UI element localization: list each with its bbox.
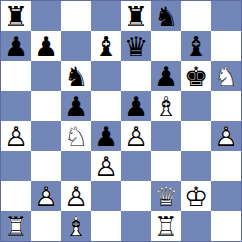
square-d2[interactable]: [91, 181, 121, 211]
square-e5[interactable]: ♟: [121, 91, 151, 121]
square-d5[interactable]: [91, 91, 121, 121]
piece-glyph: ♞: [151, 1, 181, 31]
white-rook[interactable]: ♜♖: [151, 211, 181, 241]
black-knight[interactable]: ♞: [61, 61, 91, 91]
square-a3[interactable]: [1, 151, 31, 181]
square-b6[interactable]: [31, 61, 61, 91]
square-a5[interactable]: [1, 91, 31, 121]
piece-glyph: ♟: [1, 31, 31, 61]
piece-glyph: ♙: [211, 121, 241, 151]
black-rook[interactable]: ♜: [1, 1, 31, 31]
square-f4[interactable]: [151, 121, 181, 151]
piece-glyph: ♙: [1, 121, 31, 151]
white-bishop[interactable]: ♝♗: [61, 211, 91, 241]
piece-glyph: ♘: [211, 61, 241, 91]
square-f2[interactable]: ♛♕: [151, 181, 181, 211]
square-f8[interactable]: ♞: [151, 1, 181, 31]
piece-glyph: ♙: [31, 181, 61, 211]
square-a4[interactable]: ♟♙: [1, 121, 31, 151]
piece-glyph: ♟: [91, 121, 121, 151]
piece-glyph: ♙: [121, 121, 151, 151]
square-c6[interactable]: ♞: [61, 61, 91, 91]
piece-glyph: ♟: [61, 91, 91, 121]
white-queen[interactable]: ♛♕: [151, 181, 181, 211]
piece-glyph: ♟: [31, 31, 61, 61]
square-h1[interactable]: [211, 211, 241, 241]
square-c2[interactable]: ♟♙: [61, 181, 91, 211]
square-f1[interactable]: ♜♖: [151, 211, 181, 241]
square-b4[interactable]: [31, 121, 61, 151]
square-b1[interactable]: [31, 211, 61, 241]
square-b8[interactable]: [31, 1, 61, 31]
square-a7[interactable]: ♟: [1, 31, 31, 61]
square-f3[interactable]: [151, 151, 181, 181]
piece-glyph: ♝: [91, 31, 121, 61]
square-e7[interactable]: ♛: [121, 31, 151, 61]
piece-glyph: ♙: [91, 151, 121, 181]
white-pawn[interactable]: ♟♙: [211, 121, 241, 151]
square-b2[interactable]: ♟♙: [31, 181, 61, 211]
white-knight[interactable]: ♞♘: [211, 61, 241, 91]
chess-board: ♜♜♞♟♟♝♛♝♞♟♚♞♘♟♟♝♗♟♙♞♘♟♟♙♟♙♟♙♟♙♟♙♛♕♚♔♜♖♝♗…: [0, 0, 242, 242]
square-c3[interactable]: [61, 151, 91, 181]
black-pawn[interactable]: ♟: [61, 91, 91, 121]
black-bishop[interactable]: ♝: [91, 31, 121, 61]
square-a6[interactable]: [1, 61, 31, 91]
white-rook[interactable]: ♜♖: [1, 211, 31, 241]
square-e2[interactable]: [121, 181, 151, 211]
square-h8[interactable]: [211, 1, 241, 31]
piece-glyph: ♖: [151, 211, 181, 241]
square-e8[interactable]: ♜: [121, 1, 151, 31]
square-h7[interactable]: [211, 31, 241, 61]
square-d6[interactable]: [91, 61, 121, 91]
square-c1[interactable]: ♝♗: [61, 211, 91, 241]
square-a8[interactable]: ♜: [1, 1, 31, 31]
square-e3[interactable]: [121, 151, 151, 181]
black-pawn[interactable]: ♟: [121, 91, 151, 121]
square-h3[interactable]: [211, 151, 241, 181]
piece-glyph: ♗: [61, 211, 91, 241]
square-g6[interactable]: ♚: [181, 61, 211, 91]
black-knight[interactable]: ♞: [151, 1, 181, 31]
piece-glyph: ♝: [181, 31, 211, 61]
piece-glyph: ♜: [121, 1, 151, 31]
square-d8[interactable]: [91, 1, 121, 31]
square-c5[interactable]: ♟: [61, 91, 91, 121]
square-h2[interactable]: [211, 181, 241, 211]
piece-glyph: ♜: [1, 1, 31, 31]
square-e6[interactable]: [121, 61, 151, 91]
black-queen[interactable]: ♛: [121, 31, 151, 61]
square-b7[interactable]: ♟: [31, 31, 61, 61]
piece-glyph: ♛: [121, 31, 151, 61]
square-d1[interactable]: [91, 211, 121, 241]
square-g1[interactable]: [181, 211, 211, 241]
black-pawn[interactable]: ♟: [1, 31, 31, 61]
piece-glyph: ♙: [61, 181, 91, 211]
square-g4[interactable]: [181, 121, 211, 151]
piece-glyph: ♗: [151, 91, 181, 121]
piece-glyph: ♖: [1, 211, 31, 241]
square-g7[interactable]: ♝: [181, 31, 211, 61]
white-pawn[interactable]: ♟♙: [1, 121, 31, 151]
square-g5[interactable]: [181, 91, 211, 121]
white-bishop[interactable]: ♝♗: [151, 91, 181, 121]
piece-glyph: ♕: [151, 181, 181, 211]
white-king[interactable]: ♚♔: [181, 181, 211, 211]
square-g8[interactable]: [181, 1, 211, 31]
piece-glyph: ♔: [181, 181, 211, 211]
piece-glyph: ♞: [61, 61, 91, 91]
square-b5[interactable]: [31, 91, 61, 121]
square-h4[interactable]: ♟♙: [211, 121, 241, 151]
square-c8[interactable]: [61, 1, 91, 31]
square-g3[interactable]: [181, 151, 211, 181]
square-f5[interactable]: ♝♗: [151, 91, 181, 121]
square-c4[interactable]: ♞♘: [61, 121, 91, 151]
white-pawn[interactable]: ♟♙: [91, 151, 121, 181]
white-pawn[interactable]: ♟♙: [121, 121, 151, 151]
square-c7[interactable]: [61, 31, 91, 61]
square-f6[interactable]: ♟: [151, 61, 181, 91]
black-pawn[interactable]: ♟: [91, 121, 121, 151]
square-a1[interactable]: ♜♖: [1, 211, 31, 241]
black-king[interactable]: ♚: [181, 61, 211, 91]
white-knight[interactable]: ♞♘: [61, 121, 91, 151]
square-e4[interactable]: ♟♙: [121, 121, 151, 151]
square-f7[interactable]: [151, 31, 181, 61]
square-d7[interactable]: ♝: [91, 31, 121, 61]
square-h5[interactable]: [211, 91, 241, 121]
square-a2[interactable]: [1, 181, 31, 211]
square-e1[interactable]: [121, 211, 151, 241]
square-d4[interactable]: ♟: [91, 121, 121, 151]
piece-glyph: ♟: [151, 61, 181, 91]
square-h6[interactable]: ♞♘: [211, 61, 241, 91]
piece-glyph: ♚: [181, 61, 211, 91]
piece-glyph: ♘: [61, 121, 91, 151]
black-bishop[interactable]: ♝: [181, 31, 211, 61]
white-pawn[interactable]: ♟♙: [31, 181, 61, 211]
square-g2[interactable]: ♚♔: [181, 181, 211, 211]
black-pawn[interactable]: ♟: [151, 61, 181, 91]
black-rook[interactable]: ♜: [121, 1, 151, 31]
square-b3[interactable]: [31, 151, 61, 181]
white-pawn[interactable]: ♟♙: [61, 181, 91, 211]
piece-glyph: ♟: [121, 91, 151, 121]
square-d3[interactable]: ♟♙: [91, 151, 121, 181]
black-pawn[interactable]: ♟: [31, 31, 61, 61]
